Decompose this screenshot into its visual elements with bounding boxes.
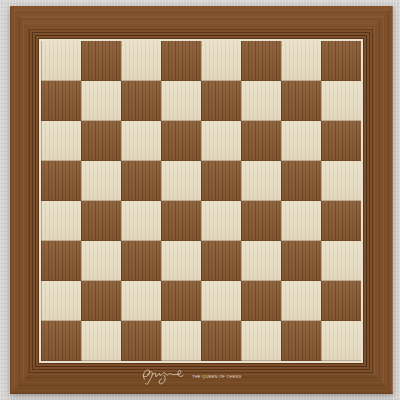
square-b2[interactable] bbox=[81, 281, 121, 321]
square-h5[interactable] bbox=[321, 161, 361, 201]
square-b7[interactable] bbox=[81, 81, 121, 121]
square-e2[interactable] bbox=[201, 281, 241, 321]
square-h7[interactable] bbox=[321, 81, 361, 121]
square-g7[interactable] bbox=[281, 81, 321, 121]
square-c2[interactable] bbox=[121, 281, 161, 321]
branding-row: THE QUEEN OF CHESS bbox=[10, 367, 393, 387]
square-d6[interactable] bbox=[161, 121, 201, 161]
square-d8[interactable] bbox=[161, 41, 201, 81]
square-b8[interactable] bbox=[81, 41, 121, 81]
square-g2[interactable] bbox=[281, 281, 321, 321]
square-d5[interactable] bbox=[161, 161, 201, 201]
square-c8[interactable] bbox=[121, 41, 161, 81]
square-f5[interactable] bbox=[241, 161, 281, 201]
square-a8[interactable] bbox=[41, 41, 81, 81]
square-c4[interactable] bbox=[121, 201, 161, 241]
square-d1[interactable] bbox=[161, 321, 201, 361]
square-d4[interactable] bbox=[161, 201, 201, 241]
polgar-judit-signature-icon bbox=[139, 367, 189, 387]
photo-background: THE QUEEN OF CHESS bbox=[0, 0, 400, 400]
square-b3[interactable] bbox=[81, 241, 121, 281]
square-d3[interactable] bbox=[161, 241, 201, 281]
square-h3[interactable] bbox=[321, 241, 361, 281]
square-c6[interactable] bbox=[121, 121, 161, 161]
frame-top-rail bbox=[10, 6, 393, 41]
square-d7[interactable] bbox=[161, 81, 201, 121]
square-a1[interactable] bbox=[41, 321, 81, 361]
square-f1[interactable] bbox=[241, 321, 281, 361]
square-f2[interactable] bbox=[241, 281, 281, 321]
square-e6[interactable] bbox=[201, 121, 241, 161]
square-c3[interactable] bbox=[121, 241, 161, 281]
square-e8[interactable] bbox=[201, 41, 241, 81]
square-h4[interactable] bbox=[321, 201, 361, 241]
square-f6[interactable] bbox=[241, 121, 281, 161]
square-c7[interactable] bbox=[121, 81, 161, 121]
square-e7[interactable] bbox=[201, 81, 241, 121]
square-f8[interactable] bbox=[241, 41, 281, 81]
square-g3[interactable] bbox=[281, 241, 321, 281]
square-g5[interactable] bbox=[281, 161, 321, 201]
square-a6[interactable] bbox=[41, 121, 81, 161]
square-f3[interactable] bbox=[241, 241, 281, 281]
square-g4[interactable] bbox=[281, 201, 321, 241]
square-a4[interactable] bbox=[41, 201, 81, 241]
square-a3[interactable] bbox=[41, 241, 81, 281]
chessboard: THE QUEEN OF CHESS bbox=[10, 6, 393, 394]
square-h2[interactable] bbox=[321, 281, 361, 321]
square-h1[interactable] bbox=[321, 321, 361, 361]
square-f7[interactable] bbox=[241, 81, 281, 121]
square-b6[interactable] bbox=[81, 121, 121, 161]
frame-bottom-rail bbox=[10, 361, 393, 394]
square-c5[interactable] bbox=[121, 161, 161, 201]
square-c1[interactable] bbox=[121, 321, 161, 361]
square-e5[interactable] bbox=[201, 161, 241, 201]
square-h8[interactable] bbox=[321, 41, 361, 81]
square-a5[interactable] bbox=[41, 161, 81, 201]
square-f4[interactable] bbox=[241, 201, 281, 241]
playing-field bbox=[41, 41, 361, 361]
square-h6[interactable] bbox=[321, 121, 361, 161]
square-g8[interactable] bbox=[281, 41, 321, 81]
brand-caption: THE QUEEN OF CHESS bbox=[192, 375, 241, 379]
square-e4[interactable] bbox=[201, 201, 241, 241]
square-b4[interactable] bbox=[81, 201, 121, 241]
square-e1[interactable] bbox=[201, 321, 241, 361]
square-e3[interactable] bbox=[201, 241, 241, 281]
square-d2[interactable] bbox=[161, 281, 201, 321]
square-a2[interactable] bbox=[41, 281, 81, 321]
square-a7[interactable] bbox=[41, 81, 81, 121]
square-b5[interactable] bbox=[81, 161, 121, 201]
square-b1[interactable] bbox=[81, 321, 121, 361]
square-g1[interactable] bbox=[281, 321, 321, 361]
square-g6[interactable] bbox=[281, 121, 321, 161]
